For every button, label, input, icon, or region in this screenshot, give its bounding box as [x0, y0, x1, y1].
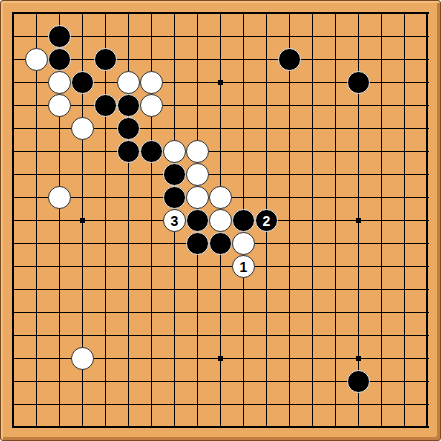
- intersection-J16[interactable]: [186, 71, 209, 94]
- intersection-C2[interactable]: [48, 393, 71, 416]
- intersection-E18[interactable]: [94, 25, 117, 48]
- intersection-F10[interactable]: [117, 209, 140, 232]
- intersection-B15[interactable]: [25, 94, 48, 117]
- intersection-S1[interactable]: [393, 416, 416, 439]
- intersection-B16[interactable]: [25, 71, 48, 94]
- intersection-H8[interactable]: [163, 255, 186, 278]
- black-stone-Q3[interactable]: [347, 370, 370, 393]
- intersection-A1[interactable]: [2, 416, 25, 439]
- intersection-M6[interactable]: [255, 301, 278, 324]
- intersection-D16[interactable]: [71, 71, 94, 94]
- intersection-H14[interactable]: [163, 117, 186, 140]
- intersection-C6[interactable]: [48, 301, 71, 324]
- intersection-D8[interactable]: [71, 255, 94, 278]
- intersection-C7[interactable]: [48, 278, 71, 301]
- intersection-G10[interactable]: [140, 209, 163, 232]
- intersection-B7[interactable]: [25, 278, 48, 301]
- intersection-J13[interactable]: [186, 140, 209, 163]
- intersection-P13[interactable]: [324, 140, 347, 163]
- intersection-H6[interactable]: [163, 301, 186, 324]
- intersection-D10[interactable]: [71, 209, 94, 232]
- intersection-K1[interactable]: [209, 416, 232, 439]
- black-stone-G13[interactable]: [140, 140, 163, 163]
- intersection-N12[interactable]: [278, 163, 301, 186]
- intersection-R10[interactable]: [370, 209, 393, 232]
- intersection-M19[interactable]: [255, 2, 278, 25]
- intersection-N3[interactable]: [278, 370, 301, 393]
- intersection-D14[interactable]: [71, 117, 94, 140]
- white-stone-D4[interactable]: [71, 347, 94, 370]
- intersection-B11[interactable]: [25, 186, 48, 209]
- black-stone-E17[interactable]: [94, 48, 117, 71]
- intersection-C3[interactable]: [48, 370, 71, 393]
- intersection-G14[interactable]: [140, 117, 163, 140]
- intersection-K3[interactable]: [209, 370, 232, 393]
- intersection-L16[interactable]: [232, 71, 255, 94]
- intersection-L8[interactable]: 1: [232, 255, 255, 278]
- white-stone-F16[interactable]: [117, 71, 140, 94]
- intersection-E3[interactable]: [94, 370, 117, 393]
- intersection-J5[interactable]: [186, 324, 209, 347]
- intersection-G5[interactable]: [140, 324, 163, 347]
- intersection-F16[interactable]: [117, 71, 140, 94]
- intersection-O3[interactable]: [301, 370, 324, 393]
- intersection-G6[interactable]: [140, 301, 163, 324]
- intersection-R12[interactable]: [370, 163, 393, 186]
- black-stone-K9[interactable]: [209, 232, 232, 255]
- intersection-J6[interactable]: [186, 301, 209, 324]
- intersection-G19[interactable]: [140, 2, 163, 25]
- intersection-C17[interactable]: [48, 48, 71, 71]
- intersection-Q13[interactable]: [347, 140, 370, 163]
- intersection-J17[interactable]: [186, 48, 209, 71]
- intersection-A6[interactable]: [2, 301, 25, 324]
- intersection-G16[interactable]: [140, 71, 163, 94]
- intersection-C11[interactable]: [48, 186, 71, 209]
- intersection-K14[interactable]: [209, 117, 232, 140]
- intersection-M10[interactable]: 2: [255, 209, 278, 232]
- intersection-A5[interactable]: [2, 324, 25, 347]
- intersection-G15[interactable]: [140, 94, 163, 117]
- intersection-K9[interactable]: [209, 232, 232, 255]
- intersection-A14[interactable]: [2, 117, 25, 140]
- intersection-S13[interactable]: [393, 140, 416, 163]
- intersection-O17[interactable]: [301, 48, 324, 71]
- intersection-K17[interactable]: [209, 48, 232, 71]
- intersection-A16[interactable]: [2, 71, 25, 94]
- intersection-O1[interactable]: [301, 416, 324, 439]
- intersection-G12[interactable]: [140, 163, 163, 186]
- intersection-M5[interactable]: [255, 324, 278, 347]
- white-stone-K11[interactable]: [209, 186, 232, 209]
- intersection-R14[interactable]: [370, 117, 393, 140]
- white-stone-J11[interactable]: [186, 186, 209, 209]
- intersection-D5[interactable]: [71, 324, 94, 347]
- intersection-O4[interactable]: [301, 347, 324, 370]
- intersection-R7[interactable]: [370, 278, 393, 301]
- intersection-H18[interactable]: [163, 25, 186, 48]
- intersection-N16[interactable]: [278, 71, 301, 94]
- intersection-N18[interactable]: [278, 25, 301, 48]
- intersection-B10[interactable]: [25, 209, 48, 232]
- intersection-M1[interactable]: [255, 416, 278, 439]
- black-stone-F14[interactable]: [117, 117, 140, 140]
- intersection-R3[interactable]: [370, 370, 393, 393]
- intersection-O16[interactable]: [301, 71, 324, 94]
- intersection-T15[interactable]: [416, 94, 439, 117]
- intersection-N13[interactable]: [278, 140, 301, 163]
- intersection-K12[interactable]: [209, 163, 232, 186]
- intersection-J1[interactable]: [186, 416, 209, 439]
- intersection-O8[interactable]: [301, 255, 324, 278]
- intersection-T12[interactable]: [416, 163, 439, 186]
- intersection-D11[interactable]: [71, 186, 94, 209]
- intersection-P5[interactable]: [324, 324, 347, 347]
- intersection-F8[interactable]: [117, 255, 140, 278]
- intersection-J4[interactable]: [186, 347, 209, 370]
- black-stone-D16[interactable]: [71, 71, 94, 94]
- white-stone-G15[interactable]: [140, 94, 163, 117]
- intersection-C5[interactable]: [48, 324, 71, 347]
- intersection-A7[interactable]: [2, 278, 25, 301]
- intersection-P19[interactable]: [324, 2, 347, 25]
- intersection-J7[interactable]: [186, 278, 209, 301]
- intersection-E19[interactable]: [94, 2, 117, 25]
- intersection-N6[interactable]: [278, 301, 301, 324]
- intersection-E13[interactable]: [94, 140, 117, 163]
- intersection-N15[interactable]: [278, 94, 301, 117]
- intersection-E8[interactable]: [94, 255, 117, 278]
- intersection-R16[interactable]: [370, 71, 393, 94]
- intersection-C8[interactable]: [48, 255, 71, 278]
- intersection-L11[interactable]: [232, 186, 255, 209]
- intersection-D7[interactable]: [71, 278, 94, 301]
- intersection-J18[interactable]: [186, 25, 209, 48]
- intersection-S9[interactable]: [393, 232, 416, 255]
- intersection-Q6[interactable]: [347, 301, 370, 324]
- intersection-P17[interactable]: [324, 48, 347, 71]
- intersection-H2[interactable]: [163, 393, 186, 416]
- intersection-R15[interactable]: [370, 94, 393, 117]
- white-stone-B17[interactable]: [25, 48, 48, 71]
- intersection-J3[interactable]: [186, 370, 209, 393]
- intersection-P7[interactable]: [324, 278, 347, 301]
- intersection-S15[interactable]: [393, 94, 416, 117]
- intersection-T3[interactable]: [416, 370, 439, 393]
- intersection-A13[interactable]: [2, 140, 25, 163]
- intersection-Q2[interactable]: [347, 393, 370, 416]
- intersection-A17[interactable]: [2, 48, 25, 71]
- intersection-K19[interactable]: [209, 2, 232, 25]
- intersection-H4[interactable]: [163, 347, 186, 370]
- intersection-N7[interactable]: [278, 278, 301, 301]
- intersection-A12[interactable]: [2, 163, 25, 186]
- intersection-S17[interactable]: [393, 48, 416, 71]
- black-stone-F13[interactable]: [117, 140, 140, 163]
- intersection-O13[interactable]: [301, 140, 324, 163]
- intersection-T10[interactable]: [416, 209, 439, 232]
- intersection-S2[interactable]: [393, 393, 416, 416]
- intersection-K16[interactable]: [209, 71, 232, 94]
- intersection-K13[interactable]: [209, 140, 232, 163]
- intersection-S5[interactable]: [393, 324, 416, 347]
- white-stone-C11[interactable]: [48, 186, 71, 209]
- intersection-K7[interactable]: [209, 278, 232, 301]
- intersection-E5[interactable]: [94, 324, 117, 347]
- intersection-D9[interactable]: [71, 232, 94, 255]
- intersection-G1[interactable]: [140, 416, 163, 439]
- intersection-S10[interactable]: [393, 209, 416, 232]
- intersection-S6[interactable]: [393, 301, 416, 324]
- intersection-R4[interactable]: [370, 347, 393, 370]
- intersection-Q17[interactable]: [347, 48, 370, 71]
- intersection-O19[interactable]: [301, 2, 324, 25]
- intersection-A18[interactable]: [2, 25, 25, 48]
- intersection-L3[interactable]: [232, 370, 255, 393]
- intersection-C14[interactable]: [48, 117, 71, 140]
- intersection-L18[interactable]: [232, 25, 255, 48]
- intersection-M15[interactable]: [255, 94, 278, 117]
- intersection-D19[interactable]: [71, 2, 94, 25]
- intersection-N19[interactable]: [278, 2, 301, 25]
- intersection-P3[interactable]: [324, 370, 347, 393]
- intersection-L13[interactable]: [232, 140, 255, 163]
- intersection-T19[interactable]: [416, 2, 439, 25]
- white-stone-L9[interactable]: [232, 232, 255, 255]
- black-stone-C18[interactable]: [48, 25, 71, 48]
- intersection-E6[interactable]: [94, 301, 117, 324]
- intersection-J2[interactable]: [186, 393, 209, 416]
- intersection-P14[interactable]: [324, 117, 347, 140]
- intersection-T16[interactable]: [416, 71, 439, 94]
- white-stone-C15[interactable]: [48, 94, 71, 117]
- intersection-J15[interactable]: [186, 94, 209, 117]
- intersection-Q14[interactable]: [347, 117, 370, 140]
- intersection-F7[interactable]: [117, 278, 140, 301]
- intersection-K15[interactable]: [209, 94, 232, 117]
- intersection-S19[interactable]: [393, 2, 416, 25]
- intersection-M9[interactable]: [255, 232, 278, 255]
- intersection-J8[interactable]: [186, 255, 209, 278]
- intersection-F4[interactable]: [117, 347, 140, 370]
- intersection-J10[interactable]: [186, 209, 209, 232]
- intersection-O12[interactable]: [301, 163, 324, 186]
- intersection-T9[interactable]: [416, 232, 439, 255]
- intersection-D2[interactable]: [71, 393, 94, 416]
- intersection-K18[interactable]: [209, 25, 232, 48]
- black-stone-H12[interactable]: [163, 163, 186, 186]
- black-stone-Q16[interactable]: [347, 71, 370, 94]
- intersection-Q9[interactable]: [347, 232, 370, 255]
- intersection-B13[interactable]: [25, 140, 48, 163]
- intersection-F18[interactable]: [117, 25, 140, 48]
- intersection-C19[interactable]: [48, 2, 71, 25]
- intersection-Q11[interactable]: [347, 186, 370, 209]
- intersection-P4[interactable]: [324, 347, 347, 370]
- intersection-O11[interactable]: [301, 186, 324, 209]
- intersection-B2[interactable]: [25, 393, 48, 416]
- intersection-N2[interactable]: [278, 393, 301, 416]
- intersection-C18[interactable]: [48, 25, 71, 48]
- intersection-D17[interactable]: [71, 48, 94, 71]
- intersection-Q18[interactable]: [347, 25, 370, 48]
- intersection-S11[interactable]: [393, 186, 416, 209]
- intersection-F6[interactable]: [117, 301, 140, 324]
- intersection-F2[interactable]: [117, 393, 140, 416]
- intersection-L17[interactable]: [232, 48, 255, 71]
- intersection-B3[interactable]: [25, 370, 48, 393]
- intersection-T1[interactable]: [416, 416, 439, 439]
- intersection-G13[interactable]: [140, 140, 163, 163]
- white-stone-C16[interactable]: [48, 71, 71, 94]
- intersection-F14[interactable]: [117, 117, 140, 140]
- intersection-F11[interactable]: [117, 186, 140, 209]
- intersection-T2[interactable]: [416, 393, 439, 416]
- intersection-G3[interactable]: [140, 370, 163, 393]
- intersection-R17[interactable]: [370, 48, 393, 71]
- intersection-O7[interactable]: [301, 278, 324, 301]
- intersection-H16[interactable]: [163, 71, 186, 94]
- intersection-G17[interactable]: [140, 48, 163, 71]
- move-1-white-stone-L8[interactable]: 1: [232, 255, 255, 278]
- intersection-B9[interactable]: [25, 232, 48, 255]
- intersection-L2[interactable]: [232, 393, 255, 416]
- intersection-D15[interactable]: [71, 94, 94, 117]
- intersection-A9[interactable]: [2, 232, 25, 255]
- intersection-G7[interactable]: [140, 278, 163, 301]
- intersection-D1[interactable]: [71, 416, 94, 439]
- intersection-E1[interactable]: [94, 416, 117, 439]
- intersection-H5[interactable]: [163, 324, 186, 347]
- black-stone-C17[interactable]: [48, 48, 71, 71]
- intersection-R6[interactable]: [370, 301, 393, 324]
- intersection-M12[interactable]: [255, 163, 278, 186]
- intersection-F19[interactable]: [117, 2, 140, 25]
- intersection-T8[interactable]: [416, 255, 439, 278]
- intersection-M7[interactable]: [255, 278, 278, 301]
- intersection-S4[interactable]: [393, 347, 416, 370]
- intersection-M16[interactable]: [255, 71, 278, 94]
- intersection-J19[interactable]: [186, 2, 209, 25]
- intersection-P12[interactable]: [324, 163, 347, 186]
- intersection-T6[interactable]: [416, 301, 439, 324]
- intersection-K10[interactable]: [209, 209, 232, 232]
- intersection-P11[interactable]: [324, 186, 347, 209]
- intersection-F12[interactable]: [117, 163, 140, 186]
- intersection-O18[interactable]: [301, 25, 324, 48]
- intersection-T14[interactable]: [416, 117, 439, 140]
- intersection-T13[interactable]: [416, 140, 439, 163]
- intersection-Q8[interactable]: [347, 255, 370, 278]
- intersection-F17[interactable]: [117, 48, 140, 71]
- black-stone-N17[interactable]: [278, 48, 301, 71]
- intersection-P1[interactable]: [324, 416, 347, 439]
- intersection-Q4[interactable]: [347, 347, 370, 370]
- intersection-N1[interactable]: [278, 416, 301, 439]
- intersection-D4[interactable]: [71, 347, 94, 370]
- intersection-F5[interactable]: [117, 324, 140, 347]
- intersection-N11[interactable]: [278, 186, 301, 209]
- black-stone-H11[interactable]: [163, 186, 186, 209]
- intersection-L9[interactable]: [232, 232, 255, 255]
- intersection-Q12[interactable]: [347, 163, 370, 186]
- intersection-E12[interactable]: [94, 163, 117, 186]
- black-stone-J9[interactable]: [186, 232, 209, 255]
- intersection-F3[interactable]: [117, 370, 140, 393]
- intersection-B19[interactable]: [25, 2, 48, 25]
- intersection-B6[interactable]: [25, 301, 48, 324]
- intersection-Q1[interactable]: [347, 416, 370, 439]
- intersection-H9[interactable]: [163, 232, 186, 255]
- intersection-R18[interactable]: [370, 25, 393, 48]
- intersection-P6[interactable]: [324, 301, 347, 324]
- intersection-L10[interactable]: [232, 209, 255, 232]
- intersection-Q7[interactable]: [347, 278, 370, 301]
- intersection-B17[interactable]: [25, 48, 48, 71]
- intersection-A15[interactable]: [2, 94, 25, 117]
- intersection-S18[interactable]: [393, 25, 416, 48]
- intersection-D3[interactable]: [71, 370, 94, 393]
- intersection-C16[interactable]: [48, 71, 71, 94]
- intersection-D18[interactable]: [71, 25, 94, 48]
- intersection-H10[interactable]: 3: [163, 209, 186, 232]
- black-stone-L10[interactable]: [232, 209, 255, 232]
- intersection-M14[interactable]: [255, 117, 278, 140]
- intersection-M17[interactable]: [255, 48, 278, 71]
- intersection-H13[interactable]: [163, 140, 186, 163]
- intersection-L12[interactable]: [232, 163, 255, 186]
- intersection-O6[interactable]: [301, 301, 324, 324]
- intersection-M13[interactable]: [255, 140, 278, 163]
- intersection-K4[interactable]: [209, 347, 232, 370]
- black-stone-F15[interactable]: [117, 94, 140, 117]
- intersection-H12[interactable]: [163, 163, 186, 186]
- intersection-C12[interactable]: [48, 163, 71, 186]
- intersection-L1[interactable]: [232, 416, 255, 439]
- white-stone-G16[interactable]: [140, 71, 163, 94]
- intersection-G9[interactable]: [140, 232, 163, 255]
- intersection-A11[interactable]: [2, 186, 25, 209]
- intersection-P2[interactable]: [324, 393, 347, 416]
- intersection-M2[interactable]: [255, 393, 278, 416]
- intersection-M8[interactable]: [255, 255, 278, 278]
- intersection-L7[interactable]: [232, 278, 255, 301]
- intersection-G4[interactable]: [140, 347, 163, 370]
- intersection-A4[interactable]: [2, 347, 25, 370]
- intersection-M18[interactable]: [255, 25, 278, 48]
- intersection-R13[interactable]: [370, 140, 393, 163]
- intersection-Q10[interactable]: [347, 209, 370, 232]
- intersection-N9[interactable]: [278, 232, 301, 255]
- intersection-G18[interactable]: [140, 25, 163, 48]
- intersection-C10[interactable]: [48, 209, 71, 232]
- intersection-J11[interactable]: [186, 186, 209, 209]
- intersection-K8[interactable]: [209, 255, 232, 278]
- intersection-E7[interactable]: [94, 278, 117, 301]
- intersection-C4[interactable]: [48, 347, 71, 370]
- intersection-P10[interactable]: [324, 209, 347, 232]
- intersection-N17[interactable]: [278, 48, 301, 71]
- black-stone-J10[interactable]: [186, 209, 209, 232]
- intersection-L19[interactable]: [232, 2, 255, 25]
- intersection-K2[interactable]: [209, 393, 232, 416]
- intersection-K5[interactable]: [209, 324, 232, 347]
- intersection-C9[interactable]: [48, 232, 71, 255]
- intersection-S16[interactable]: [393, 71, 416, 94]
- intersection-E15[interactable]: [94, 94, 117, 117]
- intersection-R9[interactable]: [370, 232, 393, 255]
- intersection-E17[interactable]: [94, 48, 117, 71]
